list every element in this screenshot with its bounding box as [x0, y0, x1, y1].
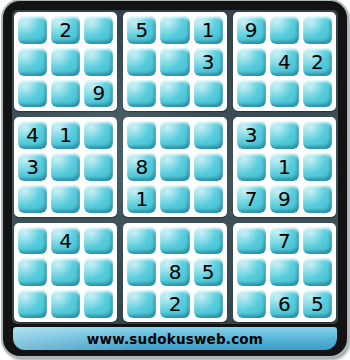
cell-r5c2[interactable] [51, 153, 80, 181]
cell-r9c7[interactable] [237, 290, 266, 318]
cell-r4c9[interactable] [303, 121, 332, 149]
cell-r5c3[interactable] [84, 153, 113, 181]
cell-r2c4[interactable] [127, 48, 156, 76]
cell-r8c8[interactable] [270, 258, 299, 286]
cell-r4c5[interactable] [160, 121, 189, 149]
cell-r2c2[interactable] [51, 48, 80, 76]
cell-r1c6[interactable]: 1 [194, 16, 223, 44]
box-6: 3179 [233, 117, 336, 216]
cell-r4c2[interactable]: 1 [51, 121, 80, 149]
sudoku-grid: 295139424138131794852765 [12, 10, 338, 324]
cell-r5c7[interactable] [237, 153, 266, 181]
cell-r1c4[interactable]: 5 [127, 16, 156, 44]
cell-r1c1[interactable] [18, 16, 47, 44]
cell-r6c2[interactable] [51, 185, 80, 213]
cell-r3c6[interactable] [194, 80, 223, 108]
cell-r5c4[interactable]: 8 [127, 153, 156, 181]
cell-r7c7[interactable] [237, 227, 266, 255]
box-8: 852 [123, 223, 226, 322]
cell-r5c8[interactable]: 1 [270, 153, 299, 181]
cell-r5c5[interactable] [160, 153, 189, 181]
cell-r7c1[interactable] [18, 227, 47, 255]
cell-r7c8[interactable]: 7 [270, 227, 299, 255]
cell-r6c4[interactable]: 1 [127, 185, 156, 213]
cell-r3c7[interactable] [237, 80, 266, 108]
cell-r5c9[interactable] [303, 153, 332, 181]
cell-r8c2[interactable] [51, 258, 80, 286]
box-1: 29 [14, 12, 117, 111]
cell-r4c6[interactable] [194, 121, 223, 149]
cell-r8c6[interactable]: 5 [194, 258, 223, 286]
cell-r7c4[interactable] [127, 227, 156, 255]
cell-r9c5[interactable]: 2 [160, 290, 189, 318]
cell-r2c6[interactable]: 3 [194, 48, 223, 76]
cell-r3c9[interactable] [303, 80, 332, 108]
box-7: 4 [14, 223, 117, 322]
cell-r9c8[interactable]: 6 [270, 290, 299, 318]
cell-r9c6[interactable] [194, 290, 223, 318]
cell-r8c1[interactable] [18, 258, 47, 286]
site-url[interactable]: www.sudokusweb.com [87, 331, 263, 347]
cell-r7c5[interactable] [160, 227, 189, 255]
footer-band: www.sudokusweb.com [13, 327, 337, 350]
cell-r2c5[interactable] [160, 48, 189, 76]
cell-r2c8[interactable]: 4 [270, 48, 299, 76]
cell-r6c9[interactable] [303, 185, 332, 213]
cell-r6c3[interactable] [84, 185, 113, 213]
box-4: 413 [14, 117, 117, 216]
cell-r3c1[interactable] [18, 80, 47, 108]
cell-r1c5[interactable] [160, 16, 189, 44]
cell-r9c4[interactable] [127, 290, 156, 318]
cell-r1c8[interactable] [270, 16, 299, 44]
cell-r9c9[interactable]: 5 [303, 290, 332, 318]
cell-r9c3[interactable] [84, 290, 113, 318]
box-9: 765 [233, 223, 336, 322]
cell-r1c9[interactable] [303, 16, 332, 44]
cell-r2c7[interactable] [237, 48, 266, 76]
cell-r5c6[interactable] [194, 153, 223, 181]
cell-r3c5[interactable] [160, 80, 189, 108]
cell-r3c3[interactable]: 9 [84, 80, 113, 108]
cell-r4c4[interactable] [127, 121, 156, 149]
cell-r1c3[interactable] [84, 16, 113, 44]
cell-r6c7[interactable]: 7 [237, 185, 266, 213]
box-2: 513 [123, 12, 226, 111]
box-3: 942 [233, 12, 336, 111]
cell-r4c8[interactable] [270, 121, 299, 149]
cell-r8c9[interactable] [303, 258, 332, 286]
cell-r2c1[interactable] [18, 48, 47, 76]
box-5: 81 [123, 117, 226, 216]
cell-r6c5[interactable] [160, 185, 189, 213]
cell-r6c8[interactable]: 9 [270, 185, 299, 213]
cell-r7c6[interactable] [194, 227, 223, 255]
cell-r4c3[interactable] [84, 121, 113, 149]
cell-r4c1[interactable]: 4 [18, 121, 47, 149]
cell-r1c7[interactable]: 9 [237, 16, 266, 44]
cell-r6c6[interactable] [194, 185, 223, 213]
cell-r8c7[interactable] [237, 258, 266, 286]
cell-r3c4[interactable] [127, 80, 156, 108]
cell-r4c7[interactable]: 3 [237, 121, 266, 149]
cell-r9c1[interactable] [18, 290, 47, 318]
cell-r5c1[interactable]: 3 [18, 153, 47, 181]
cell-r2c9[interactable]: 2 [303, 48, 332, 76]
cell-r8c3[interactable] [84, 258, 113, 286]
cell-r3c8[interactable] [270, 80, 299, 108]
cell-r2c3[interactable] [84, 48, 113, 76]
cell-r7c9[interactable] [303, 227, 332, 255]
cell-r7c2[interactable]: 4 [51, 227, 80, 255]
cell-r8c4[interactable] [127, 258, 156, 286]
cell-r7c3[interactable] [84, 227, 113, 255]
cell-r6c1[interactable] [18, 185, 47, 213]
sudoku-board-frame: 295139424138131794852765 www.sudokusweb.… [3, 1, 347, 356]
cell-r9c2[interactable] [51, 290, 80, 318]
cell-r3c2[interactable] [51, 80, 80, 108]
cell-r1c2[interactable]: 2 [51, 16, 80, 44]
cell-r8c5[interactable]: 8 [160, 258, 189, 286]
